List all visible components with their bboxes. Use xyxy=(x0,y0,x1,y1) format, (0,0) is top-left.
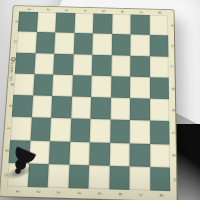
board-square xyxy=(71,96,91,119)
board-square xyxy=(149,56,168,78)
board-square xyxy=(49,141,70,165)
board-square xyxy=(90,97,110,120)
board-square xyxy=(92,34,111,55)
board-square xyxy=(111,76,131,98)
board-square xyxy=(130,143,150,167)
coordinate-label: c xyxy=(169,66,173,68)
board-square xyxy=(110,98,130,121)
board-square xyxy=(88,165,109,189)
coordinate-label: e xyxy=(7,104,12,107)
board-square xyxy=(50,118,71,141)
board-square xyxy=(16,32,36,53)
board-square xyxy=(13,73,34,95)
coordinate-label: e xyxy=(170,109,174,112)
board-square xyxy=(110,120,130,143)
board-square xyxy=(54,33,74,54)
coordinate-label: 1 xyxy=(26,8,30,11)
board-square xyxy=(36,12,56,33)
board-square xyxy=(15,52,35,74)
board-square xyxy=(51,96,72,119)
board-square xyxy=(130,35,149,56)
board-square xyxy=(130,76,150,98)
logo-text: US CHESS xyxy=(10,62,15,81)
board-square xyxy=(18,12,38,33)
board-square xyxy=(53,53,73,75)
board-square xyxy=(31,95,52,118)
coordinate-label: 5 xyxy=(96,192,101,195)
logo-emblem-icon xyxy=(11,57,16,61)
coordinate-label: h xyxy=(171,178,176,181)
board-square xyxy=(112,14,131,35)
board-square xyxy=(12,95,33,118)
coordinate-label: 2 xyxy=(45,8,49,11)
board-square xyxy=(33,74,54,96)
board-square xyxy=(150,143,170,167)
board-square xyxy=(34,53,54,75)
coordinate-label: 8 xyxy=(158,194,163,197)
board-square xyxy=(89,142,110,166)
coordinate-label: d xyxy=(170,87,174,90)
coordinate-label: 1 xyxy=(14,190,19,193)
board-square xyxy=(35,32,55,53)
board-square xyxy=(70,119,91,142)
board-square xyxy=(68,164,89,188)
board-square xyxy=(130,55,149,77)
coordinate-label: a xyxy=(13,20,17,23)
board-square xyxy=(111,34,130,55)
board-square xyxy=(149,77,169,99)
coordinate-label: 6 xyxy=(117,193,122,196)
board-square xyxy=(149,35,168,56)
coordinate-label: 2 xyxy=(35,191,40,194)
coordinate-label: 3 xyxy=(63,9,67,12)
board-square xyxy=(129,166,149,190)
coordinate-label: 7 xyxy=(137,194,142,197)
board-square xyxy=(150,167,171,191)
board-square xyxy=(30,118,51,141)
board-square xyxy=(130,98,150,121)
board-square xyxy=(130,120,150,143)
board-square xyxy=(52,74,72,96)
board-square xyxy=(91,75,111,97)
board-square xyxy=(72,54,92,76)
coordinate-label: 4 xyxy=(82,9,86,12)
board-square xyxy=(69,141,90,165)
board-square xyxy=(90,119,110,142)
coordinate-label: g xyxy=(171,154,176,157)
board-square xyxy=(74,13,93,34)
board-square xyxy=(73,33,93,54)
board-square xyxy=(111,55,130,77)
coordinate-label: a xyxy=(169,24,173,27)
coordinate-label: f xyxy=(170,132,175,134)
board-square xyxy=(48,164,69,188)
coordinate-label: b xyxy=(169,45,173,48)
board-square xyxy=(109,166,130,190)
coordinate-label: 6 xyxy=(119,10,123,13)
board-square xyxy=(92,54,112,76)
board-square xyxy=(72,75,92,97)
board-square xyxy=(93,13,112,34)
coordinate-label: 7 xyxy=(138,11,142,14)
board-square xyxy=(130,14,149,35)
board-square xyxy=(109,142,129,166)
coordinate-label: b xyxy=(12,40,16,43)
board-square xyxy=(55,12,75,33)
board-square xyxy=(150,121,170,144)
coordinate-label: 4 xyxy=(76,192,81,195)
coordinate-label: f xyxy=(6,127,11,129)
coordinate-label: 8 xyxy=(156,11,160,14)
coordinate-label: 5 xyxy=(101,10,105,13)
board-square xyxy=(149,15,168,36)
coordinate-label: 3 xyxy=(55,191,60,194)
board-square xyxy=(150,99,170,122)
board-photo: 12345678 12345678 abcdefgh abcdefgh US C… xyxy=(0,0,200,200)
